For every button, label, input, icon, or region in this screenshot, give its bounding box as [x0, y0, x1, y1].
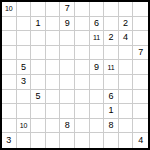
cell-r0c1[interactable] [17, 2, 32, 17]
cell-r4c9[interactable] [133, 60, 148, 75]
cell-r0c8[interactable] [119, 2, 134, 17]
cell-r7c4[interactable] [60, 104, 75, 119]
cell-r0c3[interactable] [46, 2, 61, 17]
cell-r3c0[interactable] [2, 46, 17, 61]
cell-r1c5[interactable] [75, 17, 90, 32]
cell-r7c8[interactable] [119, 104, 134, 119]
clue-cell-r1c2[interactable]: 1 [31, 17, 46, 32]
clue-cell-r4c1[interactable]: 5 [17, 60, 32, 75]
cell-r6c4[interactable] [60, 90, 75, 105]
cell-r9c7[interactable] [104, 133, 119, 148]
clue-cell-r8c1[interactable]: 10 [17, 119, 32, 134]
cell-r5c2[interactable] [31, 75, 46, 90]
cell-r0c5[interactable] [75, 2, 90, 17]
cell-r5c6[interactable] [90, 75, 105, 90]
cell-r8c2[interactable] [31, 119, 46, 134]
cell-r3c1[interactable] [17, 46, 32, 61]
clue-cell-r1c6[interactable]: 6 [90, 17, 105, 32]
cell-r1c3[interactable] [46, 17, 61, 32]
cell-r8c9[interactable] [133, 119, 148, 134]
cell-r1c9[interactable] [133, 17, 148, 32]
cell-r8c5[interactable] [75, 119, 90, 134]
cell-r3c6[interactable] [90, 46, 105, 61]
cell-r6c3[interactable] [46, 90, 61, 105]
cell-r0c6[interactable] [90, 2, 105, 17]
clue-cell-r0c0[interactable]: 10 [2, 2, 17, 17]
cell-r4c4[interactable] [60, 60, 75, 75]
cell-r6c6[interactable] [90, 90, 105, 105]
clue-cell-r0c4[interactable]: 7 [60, 2, 75, 17]
cell-r2c9[interactable] [133, 31, 148, 46]
numberlink-board: 10719621124759113561108834 [0, 0, 150, 150]
cell-r0c7[interactable] [104, 2, 119, 17]
clue-cell-r8c4[interactable]: 8 [60, 119, 75, 134]
cell-r7c1[interactable] [17, 104, 32, 119]
cell-r7c2[interactable] [31, 104, 46, 119]
cell-r2c0[interactable] [2, 31, 17, 46]
cell-r0c9[interactable] [133, 2, 148, 17]
cell-r8c8[interactable] [119, 119, 134, 134]
clue-cell-r9c0[interactable]: 3 [2, 133, 17, 148]
cell-r6c0[interactable] [2, 90, 17, 105]
cell-r3c8[interactable] [119, 46, 134, 61]
cell-r5c9[interactable] [133, 75, 148, 90]
cell-r6c9[interactable] [133, 90, 148, 105]
clue-cell-r1c8[interactable]: 2 [119, 17, 134, 32]
cell-r7c3[interactable] [46, 104, 61, 119]
clue-cell-r2c7[interactable]: 2 [104, 31, 119, 46]
clue-cell-r6c7[interactable]: 6 [104, 90, 119, 105]
cell-r3c5[interactable] [75, 46, 90, 61]
cell-r1c0[interactable] [2, 17, 17, 32]
cell-r9c4[interactable] [60, 133, 75, 148]
cell-r5c8[interactable] [119, 75, 134, 90]
cell-r3c3[interactable] [46, 46, 61, 61]
clue-cell-r3c9[interactable]: 7 [133, 46, 148, 61]
cell-r4c0[interactable] [2, 60, 17, 75]
cell-r1c1[interactable] [17, 17, 32, 32]
clue-cell-r9c9[interactable]: 4 [133, 133, 148, 148]
clue-cell-r2c6[interactable]: 11 [90, 31, 105, 46]
cell-r2c1[interactable] [17, 31, 32, 46]
cell-r7c9[interactable] [133, 104, 148, 119]
cell-r9c3[interactable] [46, 133, 61, 148]
cell-r3c2[interactable] [31, 46, 46, 61]
clue-cell-r5c1[interactable]: 3 [17, 75, 32, 90]
cell-r5c7[interactable] [104, 75, 119, 90]
clue-cell-r4c6[interactable]: 9 [90, 60, 105, 75]
cell-r6c1[interactable] [17, 90, 32, 105]
clue-cell-r8c7[interactable]: 8 [104, 119, 119, 134]
cell-r6c8[interactable] [119, 90, 134, 105]
cell-r9c5[interactable] [75, 133, 90, 148]
clue-cell-r7c7[interactable]: 1 [104, 104, 119, 119]
cell-r8c3[interactable] [46, 119, 61, 134]
cell-r3c4[interactable] [60, 46, 75, 61]
clue-cell-r4c7[interactable]: 11 [104, 60, 119, 75]
cell-r5c5[interactable] [75, 75, 90, 90]
cell-r2c5[interactable] [75, 31, 90, 46]
clue-cell-r1c4[interactable]: 9 [60, 17, 75, 32]
cell-r8c0[interactable] [2, 119, 17, 134]
cell-r4c8[interactable] [119, 60, 134, 75]
cell-r7c0[interactable] [2, 104, 17, 119]
cell-r0c2[interactable] [31, 2, 46, 17]
cell-r5c3[interactable] [46, 75, 61, 90]
cell-r4c5[interactable] [75, 60, 90, 75]
cell-r7c5[interactable] [75, 104, 90, 119]
cell-r1c7[interactable] [104, 17, 119, 32]
cell-r4c2[interactable] [31, 60, 46, 75]
cell-r9c6[interactable] [90, 133, 105, 148]
cell-r9c2[interactable] [31, 133, 46, 148]
cell-r2c3[interactable] [46, 31, 61, 46]
cell-r9c8[interactable] [119, 133, 134, 148]
cell-r5c4[interactable] [60, 75, 75, 90]
cell-r2c4[interactable] [60, 31, 75, 46]
cell-r8c6[interactable] [90, 119, 105, 134]
cell-r4c3[interactable] [46, 60, 61, 75]
cell-r6c5[interactable] [75, 90, 90, 105]
cell-r7c6[interactable] [90, 104, 105, 119]
clue-cell-r6c2[interactable]: 5 [31, 90, 46, 105]
clue-cell-r2c8[interactable]: 4 [119, 31, 134, 46]
cell-r2c2[interactable] [31, 31, 46, 46]
cell-r9c1[interactable] [17, 133, 32, 148]
cell-r5c0[interactable] [2, 75, 17, 90]
cell-r3c7[interactable] [104, 46, 119, 61]
